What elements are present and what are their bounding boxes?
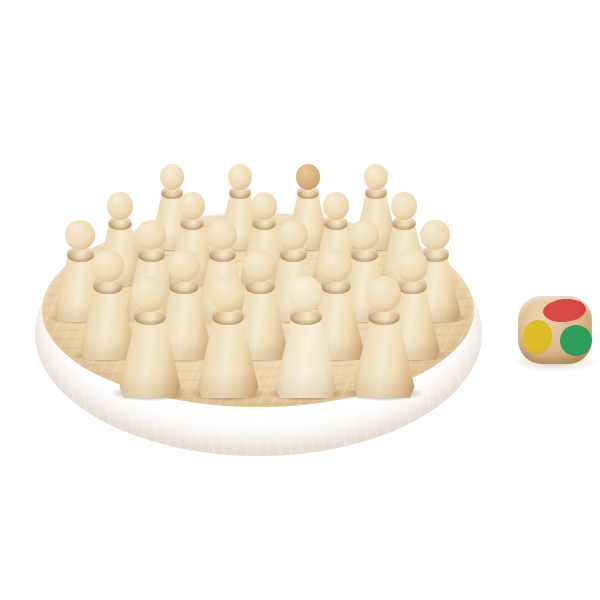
peg-head xyxy=(288,276,323,312)
peg-pawn-r5c1 xyxy=(118,264,183,398)
die-face-green-icon xyxy=(558,323,592,358)
peg-head xyxy=(132,276,167,312)
peg-pawn-r5c4 xyxy=(352,264,417,398)
peg-body xyxy=(352,320,417,398)
die-face-yellow-icon xyxy=(521,318,555,356)
peg-body xyxy=(196,320,261,398)
peg-head xyxy=(210,276,245,312)
peg-pawn-r5c2 xyxy=(196,264,261,398)
peg-pawn-r5c3 xyxy=(274,264,339,398)
die-face-red-icon xyxy=(542,297,587,324)
peg-body xyxy=(118,320,183,398)
peg-field xyxy=(0,0,600,600)
color-die xyxy=(518,296,592,364)
product-photo xyxy=(0,0,600,600)
peg-body xyxy=(274,320,339,398)
peg-head xyxy=(366,276,401,312)
